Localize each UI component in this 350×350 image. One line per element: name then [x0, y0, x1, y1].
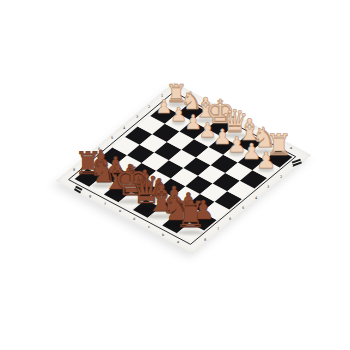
piece-cream-pawn-a2[interactable]: ♟ [254, 148, 278, 172]
product-photo: ♜♞♝♛♚♝♞♜♟♟♟♟♟♟♟♟♟♟♟♟♟♟♟♟♜♞♝♛♚♝♞♜88776655… [0, 0, 350, 350]
piece-brown-rook-a8[interactable]: ♜ [171, 195, 210, 234]
